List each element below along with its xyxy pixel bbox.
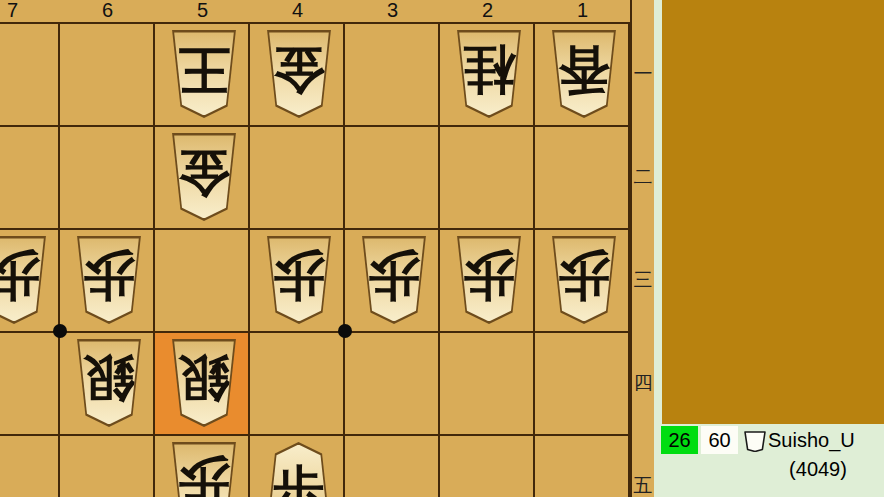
piece-kanji: 金 <box>273 44 325 96</box>
square-1-4[interactable] <box>535 333 630 436</box>
square-7-2[interactable] <box>0 127 60 230</box>
square-2-5[interactable] <box>440 436 535 497</box>
square-5-3[interactable] <box>155 230 250 333</box>
rank-label-5: 五 <box>632 434 654 497</box>
player-rating: (4049) <box>772 458 864 481</box>
piece-kanji: 金 <box>178 147 230 199</box>
square-6-1[interactable] <box>60 24 155 127</box>
piece-kanji: 歩 <box>178 456 230 497</box>
square-6-5[interactable] <box>60 436 155 497</box>
rank-label-gutter: 一二三四五 <box>630 0 654 497</box>
square-1-2[interactable] <box>535 127 630 230</box>
gote-player-info: 26 60 Suisho_U (4049) <box>654 424 884 497</box>
star-point-1 <box>53 324 67 338</box>
gote-piece-stand[interactable] <box>662 0 884 424</box>
piece-kanji: 桂 <box>463 44 515 96</box>
file-label-7: 7 <box>0 0 60 22</box>
rank-label-3: 三 <box>632 228 654 331</box>
square-3-5[interactable] <box>345 436 440 497</box>
square-7-4[interactable] <box>0 333 60 436</box>
square-4-2[interactable] <box>250 127 345 230</box>
square-7-1[interactable] <box>0 24 60 127</box>
player-name[interactable]: Suisho_U <box>768 426 855 454</box>
square-3-1[interactable] <box>345 24 440 127</box>
file-label-3: 3 <box>345 0 440 22</box>
piece-kanji: 銀 <box>178 353 230 405</box>
gote-piece-icon <box>743 431 767 456</box>
piece-kanji: 銀 <box>83 353 135 405</box>
piece-kanji: 歩 <box>273 464 325 497</box>
square-2-2[interactable] <box>440 127 535 230</box>
piece-kanji: 香 <box>558 44 610 96</box>
shogi-board: 7654321 王金桂香金歩歩歩歩歩歩銀銀歩歩 一二三四五 <box>0 0 654 497</box>
piece-kanji: 歩 <box>463 250 515 302</box>
right-panel: 26 60 Suisho_U (4049) <box>654 0 884 497</box>
piece-kanji: 歩 <box>368 250 420 302</box>
file-label-4: 4 <box>250 0 345 22</box>
star-point-2 <box>338 324 352 338</box>
square-2-4[interactable] <box>440 333 535 436</box>
file-label-1: 1 <box>535 0 630 22</box>
square-1-5[interactable] <box>535 436 630 497</box>
piece-kanji: 歩 <box>83 250 135 302</box>
piece-kanji: 歩 <box>273 250 325 302</box>
file-label-5: 5 <box>155 0 250 22</box>
rank-label-2: 二 <box>632 125 654 228</box>
piece-kanji: 歩 <box>0 250 40 302</box>
piece-kanji: 歩 <box>558 250 610 302</box>
piece-kanji: 王 <box>178 44 230 96</box>
timer-white: 60 <box>701 426 738 454</box>
file-label-6: 6 <box>60 0 155 22</box>
file-label-2: 2 <box>440 0 535 22</box>
timer-green: 26 <box>661 426 698 454</box>
square-7-5[interactable] <box>0 436 60 497</box>
square-3-4[interactable] <box>345 333 440 436</box>
rank-label-1: 一 <box>632 22 654 125</box>
square-4-4[interactable] <box>250 333 345 436</box>
square-6-2[interactable] <box>60 127 155 230</box>
rank-label-4: 四 <box>632 331 654 434</box>
square-3-2[interactable] <box>345 127 440 230</box>
